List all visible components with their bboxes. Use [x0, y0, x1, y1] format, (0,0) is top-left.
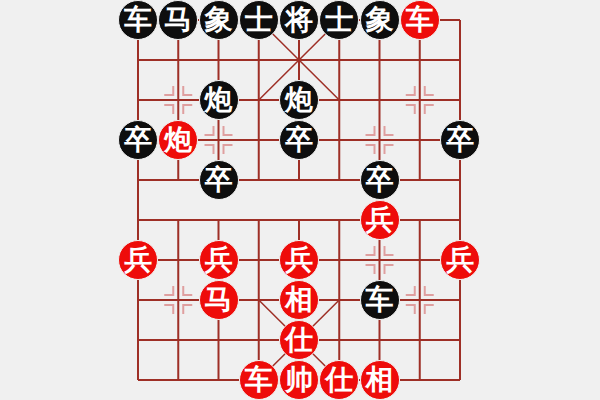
- red-soldier[interactable]: 兵: [199, 240, 239, 280]
- red-general[interactable]: 帅: [279, 360, 319, 400]
- black-chariot[interactable]: 车: [118, 0, 158, 40]
- red-elephant[interactable]: 相: [279, 280, 319, 320]
- xiangqi-board[interactable]: 车马象士将士象车炮炮卒炮卒卒卒卒兵兵兵兵兵马相车仕车帅仕相: [0, 0, 600, 400]
- red-elephant[interactable]: 相: [360, 360, 400, 400]
- black-elephant[interactable]: 象: [360, 0, 400, 40]
- red-soldier[interactable]: 兵: [118, 240, 158, 280]
- red-advisor[interactable]: 仕: [319, 360, 359, 400]
- black-advisor[interactable]: 士: [319, 0, 359, 40]
- red-soldier[interactable]: 兵: [279, 240, 319, 280]
- red-horse[interactable]: 马: [199, 280, 239, 320]
- red-chariot[interactable]: 车: [400, 0, 440, 40]
- red-advisor[interactable]: 仕: [279, 320, 319, 360]
- black-soldier[interactable]: 卒: [360, 160, 400, 200]
- black-elephant[interactable]: 象: [199, 0, 239, 40]
- black-advisor[interactable]: 士: [239, 0, 279, 40]
- black-cannon[interactable]: 炮: [279, 80, 319, 120]
- black-soldier[interactable]: 卒: [279, 120, 319, 160]
- black-soldier[interactable]: 卒: [440, 120, 480, 160]
- black-chariot[interactable]: 车: [360, 280, 400, 320]
- red-soldier[interactable]: 兵: [360, 200, 400, 240]
- red-chariot[interactable]: 车: [239, 360, 279, 400]
- red-cannon[interactable]: 炮: [158, 120, 198, 160]
- black-soldier[interactable]: 卒: [118, 120, 158, 160]
- black-soldier[interactable]: 卒: [199, 160, 239, 200]
- black-horse[interactable]: 马: [158, 0, 198, 40]
- black-cannon[interactable]: 炮: [199, 80, 239, 120]
- black-general[interactable]: 将: [279, 0, 319, 40]
- red-soldier[interactable]: 兵: [440, 240, 480, 280]
